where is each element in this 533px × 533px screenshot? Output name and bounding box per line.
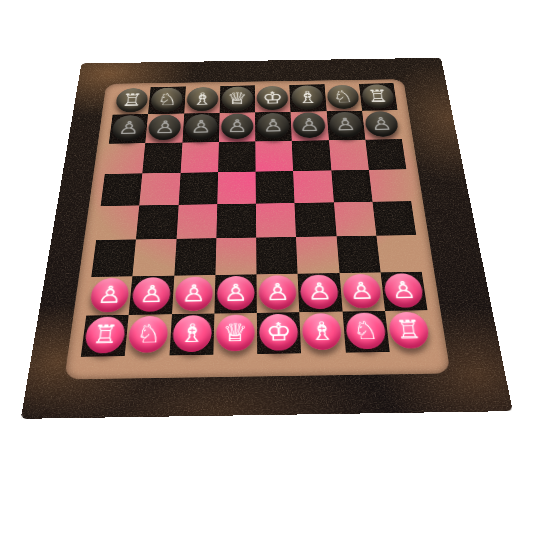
pawn-glyph: ♙ (139, 282, 165, 306)
square-f6 (292, 140, 331, 171)
square-c6 (180, 142, 218, 173)
square-c2: ♙ (172, 275, 216, 314)
piece-pink-pawn-e2: ♙ (259, 275, 297, 310)
pawn-glyph: ♙ (96, 283, 123, 307)
piece-pink-pawn-d2: ♙ (217, 276, 255, 311)
square-a1: ♖ (81, 315, 129, 357)
square-e2: ♙ (256, 273, 299, 312)
square-b4 (136, 205, 178, 240)
square-d1: ♕ (213, 313, 257, 355)
square-d4 (216, 204, 256, 239)
square-h7: ♙ (362, 110, 402, 139)
chessboard-photo: ♖♘♗♕♔♗♘♖♙♙♙♙♙♙♙♙♙♙♙♙♙♙♙♙♖♘♗♕♔♗♘♖ (0, 0, 533, 533)
square-g8: ♘ (324, 84, 362, 112)
piece-pink-knight-g1: ♘ (345, 312, 387, 349)
square-c8: ♗ (184, 86, 220, 114)
square-b6 (143, 142, 183, 173)
pawn-glyph: ♙ (117, 119, 140, 137)
knight-glyph: ♘ (332, 89, 354, 106)
square-d8: ♕ (219, 85, 255, 113)
piece-black-rook-a8: ♖ (115, 88, 149, 113)
piece-black-rook-h8: ♖ (361, 84, 395, 108)
square-e8: ♔ (255, 85, 291, 113)
bishop-glyph: ♗ (179, 321, 205, 347)
queen-glyph: ♕ (227, 90, 248, 107)
square-a5 (101, 173, 143, 206)
square-h3 (376, 235, 421, 272)
square-e7: ♙ (255, 112, 292, 141)
square-f1: ♗ (299, 311, 345, 353)
piece-black-bishop-f8: ♗ (292, 85, 325, 109)
square-e5 (256, 171, 295, 204)
square-a8: ♖ (113, 87, 151, 115)
piece-pink-pawn-g2: ♙ (342, 274, 382, 309)
square-d2: ♙ (214, 274, 257, 313)
piece-pink-rook-a1: ♖ (84, 316, 127, 353)
pawn-glyph: ♙ (307, 280, 333, 304)
square-f7: ♙ (291, 111, 329, 140)
pawn-glyph: ♙ (265, 280, 290, 304)
square-e3 (256, 237, 298, 274)
square-f4 (295, 202, 337, 237)
square-h5 (369, 169, 411, 202)
pawn-glyph: ♙ (223, 281, 248, 305)
square-b8: ♘ (148, 86, 185, 114)
square-g6 (329, 139, 369, 170)
square-a3 (91, 240, 136, 277)
piece-black-pawn-c7: ♙ (184, 114, 217, 140)
square-c5 (178, 172, 218, 205)
piece-pink-pawn-c2: ♙ (174, 276, 213, 311)
piece-black-knight-g8: ♘ (326, 85, 359, 109)
rook-glyph: ♖ (395, 317, 424, 342)
piece-pink-bishop-c1: ♗ (172, 315, 212, 352)
piece-pink-pawn-f2: ♙ (300, 274, 339, 309)
pawn-glyph: ♙ (226, 118, 247, 136)
square-c7: ♙ (182, 113, 219, 142)
piece-black-pawn-f7: ♙ (293, 113, 327, 139)
piece-black-pawn-g7: ♙ (328, 112, 362, 138)
bishop-glyph: ♗ (192, 91, 213, 108)
piece-black-pawn-h7: ♙ (364, 111, 399, 137)
pawn-glyph: ♙ (190, 118, 212, 136)
piece-pink-pawn-h2: ♙ (383, 273, 425, 308)
square-b2: ♙ (129, 275, 174, 314)
piece-black-pawn-d7: ♙ (221, 114, 253, 140)
knight-glyph: ♘ (352, 318, 380, 343)
piece-pink-pawn-a2: ♙ (89, 277, 130, 312)
pawn-glyph: ♙ (154, 119, 176, 137)
king-glyph: ♔ (266, 319, 292, 344)
square-g4 (334, 202, 377, 237)
square-h4 (372, 201, 416, 236)
square-h8: ♖ (359, 83, 398, 111)
king-glyph: ♔ (262, 90, 283, 107)
square-a7: ♙ (109, 114, 148, 143)
pawn-glyph: ♙ (334, 116, 357, 134)
piece-black-pawn-a7: ♙ (111, 115, 146, 141)
piece-pink-rook-h1: ♖ (387, 312, 430, 349)
square-g2: ♙ (339, 272, 385, 311)
pawn-glyph: ♙ (298, 116, 320, 134)
square-d7: ♙ (219, 113, 256, 142)
square-b7: ♙ (145, 114, 183, 143)
square-e1: ♔ (257, 312, 301, 354)
piece-black-pawn-e7: ♙ (257, 113, 290, 139)
square-g1: ♘ (342, 311, 389, 353)
board-grid: ♖♘♗♕♔♗♘♖♙♙♙♙♙♙♙♙♙♙♙♙♙♙♙♙♖♘♗♕♔♗♘♖ (81, 83, 434, 357)
square-c3 (174, 238, 216, 275)
square-h2: ♙ (380, 271, 427, 310)
square-f8: ♗ (289, 84, 326, 112)
square-f5 (293, 170, 333, 203)
square-g5 (331, 170, 372, 203)
square-a2: ♙ (86, 276, 132, 315)
piece-black-bishop-c8: ♗ (186, 87, 218, 111)
chessboard-frame: ♖♘♗♕♔♗♘♖♙♙♙♙♙♙♙♙♙♙♙♙♙♙♙♙♖♘♗♕♔♗♘♖ (21, 58, 513, 419)
square-f2: ♙ (298, 273, 342, 312)
square-f3 (296, 236, 339, 273)
square-c4 (176, 204, 217, 239)
piece-black-knight-b8: ♘ (150, 88, 183, 112)
rook-glyph: ♖ (121, 92, 143, 109)
square-e4 (256, 203, 296, 238)
piece-black-queen-d8: ♕ (222, 86, 254, 110)
piece-pink-knight-b1: ♘ (128, 316, 169, 353)
square-a6 (105, 143, 146, 174)
square-c1: ♗ (169, 313, 214, 355)
square-b5 (139, 173, 180, 206)
photo-canvas: ♖♘♗♕♔♗♘♖♙♙♙♙♙♙♙♙♙♙♙♙♙♙♙♙♖♘♗♕♔♗♘♖ (0, 0, 533, 533)
bishop-glyph: ♗ (309, 319, 336, 344)
pawn-glyph: ♙ (263, 117, 284, 135)
square-a4 (96, 205, 139, 240)
square-g7: ♙ (326, 111, 365, 140)
square-d5 (217, 171, 256, 204)
pawn-glyph: ♙ (348, 279, 375, 303)
bishop-glyph: ♗ (297, 89, 318, 106)
pawn-glyph: ♙ (181, 282, 206, 306)
knight-glyph: ♘ (135, 321, 162, 347)
piece-pink-king-e1: ♔ (259, 314, 298, 351)
piece-pink-queen-d1: ♕ (216, 314, 255, 351)
knight-glyph: ♘ (156, 91, 178, 108)
square-b3 (133, 239, 177, 276)
rook-glyph: ♖ (367, 88, 390, 105)
piece-pink-pawn-b2: ♙ (132, 277, 172, 312)
piece-pink-bishop-f1: ♗ (302, 313, 343, 350)
square-h1: ♖ (385, 310, 434, 352)
square-b1: ♘ (125, 314, 172, 356)
rook-glyph: ♖ (91, 322, 119, 348)
piece-black-pawn-b7: ♙ (148, 115, 182, 141)
pawn-glyph: ♙ (370, 115, 393, 133)
square-h6 (365, 139, 406, 170)
queen-glyph: ♕ (223, 320, 248, 346)
square-d6 (218, 141, 256, 172)
square-e6 (255, 141, 293, 172)
pawn-glyph: ♙ (390, 278, 417, 302)
square-g3 (336, 236, 380, 273)
piece-black-king-e8: ♔ (257, 86, 289, 110)
square-d3 (215, 238, 256, 275)
